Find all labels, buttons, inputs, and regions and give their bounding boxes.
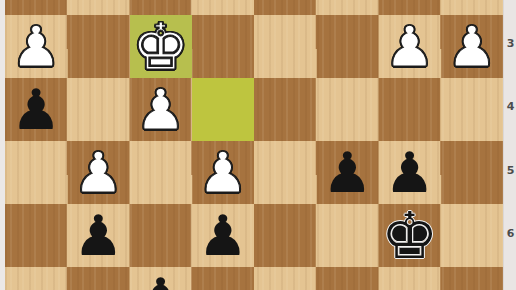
- piece-black-pawn-h4[interactable]: ♟: [5, 78, 67, 141]
- piece-black-pawn-f7[interactable]: ♟: [130, 267, 192, 290]
- last-move-from-square-e4[interactable]: [192, 78, 254, 141]
- rank-label-5: 5: [504, 165, 516, 177]
- rank-label-3: 3: [504, 38, 516, 50]
- piece-black-king-b6[interactable]: ♚: [379, 204, 441, 267]
- piece-black-pawn-e6[interactable]: ♟: [192, 204, 254, 267]
- piece-white-pawn-e5[interactable]: ♟: [192, 141, 254, 204]
- rank-coordinate-strip: 3 4 5 6: [503, 0, 516, 290]
- rank-label-4: 4: [504, 101, 516, 113]
- piece-white-pawn-g5[interactable]: ♟: [67, 141, 129, 204]
- piece-black-pawn-c5[interactable]: ♟: [316, 141, 378, 204]
- piece-white-pawn-a3[interactable]: ♟: [441, 15, 503, 78]
- piece-white-pawn-f4[interactable]: ♟: [130, 78, 192, 141]
- piece-white-pawn-h3[interactable]: ♟: [5, 15, 67, 78]
- piece-black-pawn-g6[interactable]: ♟: [67, 204, 129, 267]
- chess-board[interactable]: ♟ ♚ ♟ ♟ ♟ ♟ ♟ ♟ ♟ ♟ ♟ ♟ ♚ ♟: [5, 0, 503, 290]
- board-squares: ♟ ♚ ♟ ♟ ♟ ♟ ♟ ♟ ♟ ♟ ♟ ♟ ♚ ♟: [5, 0, 503, 290]
- piece-black-pawn-b5[interactable]: ♟: [379, 141, 441, 204]
- piece-white-pawn-b3[interactable]: ♟: [379, 15, 441, 78]
- rank-label-6: 6: [504, 228, 516, 240]
- piece-white-king-f3[interactable]: ♚: [130, 15, 192, 78]
- chess-app-screen: ♟ ♚ ♟ ♟ ♟ ♟ ♟ ♟ ♟ ♟ ♟ ♟ ♚ ♟ 3 4 5 6: [0, 0, 516, 290]
